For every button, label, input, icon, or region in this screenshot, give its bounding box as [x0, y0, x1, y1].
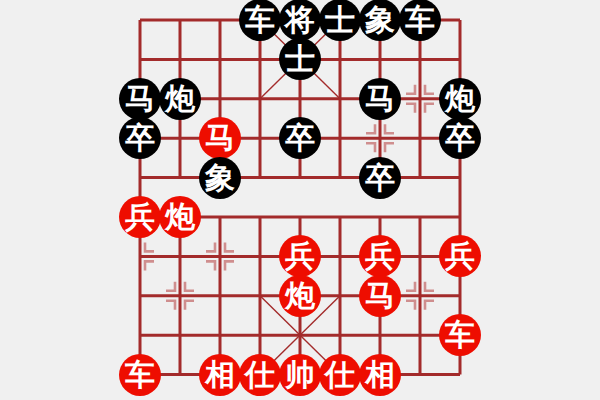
piece-red-horse[interactable]: 马	[199, 117, 241, 159]
piece-red-elephant[interactable]: 相	[359, 354, 401, 396]
piece-black-pawn[interactable]: 卒	[119, 117, 161, 159]
piece-red-rook[interactable]: 车	[119, 354, 161, 396]
piece-black-horse[interactable]: 马	[359, 78, 401, 120]
piece-red-horse[interactable]: 马	[359, 275, 401, 317]
piece-red-elephant[interactable]: 相	[199, 354, 241, 396]
piece-red-pawn[interactable]: 兵	[439, 235, 481, 277]
piece-red-cannon[interactable]: 炮	[159, 196, 201, 238]
piece-black-general[interactable]: 将	[279, 0, 321, 41]
piece-black-rook[interactable]: 车	[399, 0, 441, 41]
piece-red-general[interactable]: 帅	[279, 354, 321, 396]
piece-black-advisor[interactable]: 士	[279, 38, 321, 80]
piece-black-pawn[interactable]: 卒	[359, 157, 401, 199]
piece-black-rook[interactable]: 车	[239, 0, 281, 41]
piece-black-pawn[interactable]: 卒	[279, 117, 321, 159]
piece-red-cannon[interactable]: 炮	[279, 275, 321, 317]
piece-red-advisor[interactable]: 仕	[239, 354, 281, 396]
piece-red-pawn[interactable]: 兵	[119, 196, 161, 238]
piece-black-cannon[interactable]: 炮	[159, 78, 201, 120]
piece-black-horse[interactable]: 马	[119, 78, 161, 120]
piece-black-elephant[interactable]: 象	[199, 157, 241, 199]
piece-red-pawn[interactable]: 兵	[279, 235, 321, 277]
piece-red-pawn[interactable]: 兵	[359, 235, 401, 277]
piece-black-elephant[interactable]: 象	[359, 0, 401, 41]
piece-black-cannon[interactable]: 炮	[439, 78, 481, 120]
piece-red-advisor[interactable]: 仕	[319, 354, 361, 396]
pieces-layer: 车将士象车士马炮马炮卒马卒卒象卒兵炮兵兵兵炮马车车相仕帅仕相	[120, 0, 480, 394]
xiangqi-app: 车将士象车士马炮马炮卒马卒卒象卒兵炮兵兵兵炮马车车相仕帅仕相	[0, 0, 600, 400]
piece-red-rook[interactable]: 车	[439, 314, 481, 356]
piece-black-advisor[interactable]: 士	[319, 0, 361, 41]
piece-black-pawn[interactable]: 卒	[439, 117, 481, 159]
